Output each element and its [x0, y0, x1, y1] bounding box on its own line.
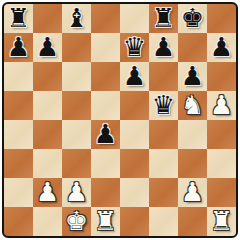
square-h2[interactable] — [207, 178, 236, 207]
square-f1[interactable] — [149, 207, 178, 236]
square-e4[interactable] — [120, 120, 149, 149]
square-h8[interactable] — [207, 4, 236, 33]
square-g8[interactable]: ♚ — [178, 4, 207, 33]
square-c6[interactable] — [62, 62, 91, 91]
square-c1[interactable]: ♚ — [62, 207, 91, 236]
piece-black-pawn-d4[interactable]: ♟ — [94, 120, 117, 149]
square-e2[interactable] — [120, 178, 149, 207]
square-c7[interactable] — [62, 33, 91, 62]
piece-black-pawn-h7[interactable]: ♟ — [210, 33, 233, 62]
piece-black-rook-f8[interactable]: ♜ — [152, 4, 175, 33]
square-g2[interactable]: ♟ — [178, 178, 207, 207]
square-a3[interactable] — [4, 149, 33, 178]
square-e5[interactable] — [120, 91, 149, 120]
square-d7[interactable] — [91, 33, 120, 62]
piece-black-pawn-a7[interactable]: ♟ — [7, 33, 30, 62]
piece-black-pawn-g6[interactable]: ♟ — [181, 62, 204, 91]
square-f3[interactable] — [149, 149, 178, 178]
square-h3[interactable] — [207, 149, 236, 178]
square-d8[interactable] — [91, 4, 120, 33]
piece-white-rook-h1[interactable]: ♜ — [210, 207, 233, 236]
square-d2[interactable] — [91, 178, 120, 207]
square-d6[interactable] — [91, 62, 120, 91]
square-e1[interactable] — [120, 207, 149, 236]
square-b8[interactable] — [33, 4, 62, 33]
piece-white-pawn-h5[interactable]: ♟ — [210, 91, 233, 120]
square-h7[interactable]: ♟ — [207, 33, 236, 62]
piece-black-bishop-c8[interactable]: ♝ — [65, 4, 88, 33]
square-h6[interactable] — [207, 62, 236, 91]
square-a1[interactable] — [4, 207, 33, 236]
piece-white-rook-d1[interactable]: ♜ — [94, 207, 117, 236]
chess-board: ♜♝♜♚♟♟♛♟♟♟♟♛♞♟♟♟♟♟♚♜♜ — [4, 4, 236, 236]
square-g7[interactable] — [178, 33, 207, 62]
piece-black-queen-f5[interactable]: ♛ — [152, 91, 175, 120]
square-a7[interactable]: ♟ — [4, 33, 33, 62]
square-c4[interactable] — [62, 120, 91, 149]
square-g6[interactable]: ♟ — [178, 62, 207, 91]
square-g5[interactable]: ♞ — [178, 91, 207, 120]
square-b7[interactable]: ♟ — [33, 33, 62, 62]
square-a6[interactable] — [4, 62, 33, 91]
piece-black-pawn-e6[interactable]: ♟ — [123, 62, 146, 91]
square-a4[interactable] — [4, 120, 33, 149]
piece-white-pawn-g2[interactable]: ♟ — [181, 178, 204, 207]
piece-black-pawn-f7[interactable]: ♟ — [152, 33, 175, 62]
piece-black-pawn-b7[interactable]: ♟ — [36, 33, 59, 62]
piece-white-pawn-c2[interactable]: ♟ — [65, 178, 88, 207]
square-f4[interactable] — [149, 120, 178, 149]
piece-black-king-g8[interactable]: ♚ — [181, 4, 204, 33]
square-f6[interactable] — [149, 62, 178, 91]
piece-black-queen-e7[interactable]: ♛ — [123, 33, 146, 62]
square-c5[interactable] — [62, 91, 91, 120]
square-a5[interactable] — [4, 91, 33, 120]
board-frame: ♜♝♜♚♟♟♛♟♟♟♟♛♞♟♟♟♟♟♚♜♜ — [0, 0, 240, 240]
square-g1[interactable] — [178, 207, 207, 236]
square-d3[interactable] — [91, 149, 120, 178]
square-d5[interactable] — [91, 91, 120, 120]
square-f7[interactable]: ♟ — [149, 33, 178, 62]
piece-black-rook-a8[interactable]: ♜ — [7, 4, 30, 33]
piece-white-pawn-b2[interactable]: ♟ — [36, 178, 59, 207]
square-f5[interactable]: ♛ — [149, 91, 178, 120]
square-h5[interactable]: ♟ — [207, 91, 236, 120]
square-b1[interactable] — [33, 207, 62, 236]
board-border: ♜♝♜♚♟♟♛♟♟♟♟♛♞♟♟♟♟♟♚♜♜ — [2, 2, 238, 238]
piece-white-king-c1[interactable]: ♚ — [65, 207, 88, 236]
square-b4[interactable] — [33, 120, 62, 149]
square-a2[interactable] — [4, 178, 33, 207]
square-b6[interactable] — [33, 62, 62, 91]
square-g3[interactable] — [178, 149, 207, 178]
square-b3[interactable] — [33, 149, 62, 178]
square-f2[interactable] — [149, 178, 178, 207]
square-e7[interactable]: ♛ — [120, 33, 149, 62]
square-a8[interactable]: ♜ — [4, 4, 33, 33]
square-b2[interactable]: ♟ — [33, 178, 62, 207]
square-h1[interactable]: ♜ — [207, 207, 236, 236]
square-e6[interactable]: ♟ — [120, 62, 149, 91]
square-g4[interactable] — [178, 120, 207, 149]
piece-white-knight-g5[interactable]: ♞ — [181, 91, 204, 120]
square-c8[interactable]: ♝ — [62, 4, 91, 33]
square-d4[interactable]: ♟ — [91, 120, 120, 149]
square-h4[interactable] — [207, 120, 236, 149]
square-e8[interactable] — [120, 4, 149, 33]
square-c2[interactable]: ♟ — [62, 178, 91, 207]
square-e3[interactable] — [120, 149, 149, 178]
square-f8[interactable]: ♜ — [149, 4, 178, 33]
square-d1[interactable]: ♜ — [91, 207, 120, 236]
square-c3[interactable] — [62, 149, 91, 178]
square-b5[interactable] — [33, 91, 62, 120]
